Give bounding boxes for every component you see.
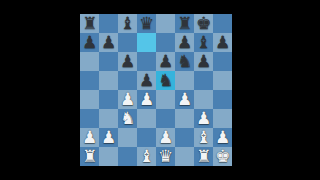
square-g3[interactable]: ♟: [194, 109, 213, 128]
square-h4[interactable]: [213, 90, 232, 109]
piece-black-pawn: ♟: [82, 33, 97, 52]
square-b1[interactable]: [99, 147, 118, 166]
square-a7[interactable]: ♟: [80, 33, 99, 52]
piece-black-knight: ♞: [177, 52, 192, 71]
square-f8[interactable]: ♜: [175, 14, 194, 33]
square-b4[interactable]: [99, 90, 118, 109]
square-g2[interactable]: ♝: [194, 128, 213, 147]
piece-white-pawn: ♟: [120, 90, 135, 109]
square-d7[interactable]: [137, 33, 156, 52]
piece-black-king: ♚: [196, 14, 211, 33]
square-e4[interactable]: [156, 90, 175, 109]
piece-white-pawn: ♟: [101, 128, 116, 147]
square-f7[interactable]: ♟: [175, 33, 194, 52]
square-c2[interactable]: [118, 128, 137, 147]
piece-black-knight: ♞: [158, 71, 173, 90]
square-g5[interactable]: [194, 71, 213, 90]
square-c1[interactable]: [118, 147, 137, 166]
piece-black-bishop: ♝: [120, 14, 135, 33]
square-a6[interactable]: [80, 52, 99, 71]
square-d3[interactable]: [137, 109, 156, 128]
piece-white-pawn: ♟: [82, 128, 97, 147]
square-d2[interactable]: [137, 128, 156, 147]
square-e3[interactable]: [156, 109, 175, 128]
square-e2[interactable]: ♟: [156, 128, 175, 147]
square-g6[interactable]: ♟: [194, 52, 213, 71]
square-h8[interactable]: [213, 14, 232, 33]
square-b5[interactable]: [99, 71, 118, 90]
square-b6[interactable]: [99, 52, 118, 71]
square-a3[interactable]: [80, 109, 99, 128]
square-c3[interactable]: ♞: [118, 109, 137, 128]
square-a8[interactable]: ♜: [80, 14, 99, 33]
square-d1[interactable]: ♝: [137, 147, 156, 166]
square-d4[interactable]: ♟: [137, 90, 156, 109]
square-a1[interactable]: ♜: [80, 147, 99, 166]
piece-black-pawn: ♟: [101, 33, 116, 52]
square-c4[interactable]: ♟: [118, 90, 137, 109]
square-a4[interactable]: [80, 90, 99, 109]
square-e1[interactable]: ♛: [156, 147, 175, 166]
piece-white-rook: ♜: [196, 147, 211, 166]
square-b2[interactable]: ♟: [99, 128, 118, 147]
square-e8[interactable]: [156, 14, 175, 33]
square-d8[interactable]: ♛: [137, 14, 156, 33]
piece-black-pawn: ♟: [196, 52, 211, 71]
square-b8[interactable]: [99, 14, 118, 33]
piece-white-pawn: ♟: [215, 128, 230, 147]
piece-white-pawn: ♟: [177, 90, 192, 109]
square-g8[interactable]: ♚: [194, 14, 213, 33]
square-f2[interactable]: [175, 128, 194, 147]
square-h5[interactable]: [213, 71, 232, 90]
piece-black-rook: ♜: [82, 14, 97, 33]
piece-white-rook: ♜: [82, 147, 97, 166]
square-e6[interactable]: ♟: [156, 52, 175, 71]
square-g4[interactable]: [194, 90, 213, 109]
piece-black-pawn: ♟: [139, 71, 154, 90]
piece-white-bishop: ♝: [196, 128, 211, 147]
square-f5[interactable]: [175, 71, 194, 90]
square-f6[interactable]: ♞: [175, 52, 194, 71]
piece-white-knight: ♞: [120, 109, 135, 128]
square-a2[interactable]: ♟: [80, 128, 99, 147]
square-h6[interactable]: [213, 52, 232, 71]
square-h1[interactable]: ♚: [213, 147, 232, 166]
square-c8[interactable]: ♝: [118, 14, 137, 33]
piece-white-queen: ♛: [158, 147, 173, 166]
piece-white-pawn: ♟: [158, 128, 173, 147]
square-d5[interactable]: ♟: [137, 71, 156, 90]
chess-board: ♜♝♛♜♚♟♟♟♝♟♟♟♞♟♟♞♟♟♟♞♟♟♟♟♝♟♜♝♛♜♚: [80, 14, 232, 166]
square-c7[interactable]: [118, 33, 137, 52]
piece-white-king: ♚: [215, 147, 230, 166]
piece-black-queen: ♛: [139, 14, 154, 33]
square-f3[interactable]: [175, 109, 194, 128]
piece-white-bishop: ♝: [139, 147, 154, 166]
square-c5[interactable]: [118, 71, 137, 90]
piece-black-pawn: ♟: [177, 33, 192, 52]
letterbox-background: ♜♝♛♜♚♟♟♟♝♟♟♟♞♟♟♞♟♟♟♞♟♟♟♟♝♟♜♝♛♜♚: [0, 0, 320, 180]
square-e5[interactable]: ♞: [156, 71, 175, 90]
square-h7[interactable]: ♟: [213, 33, 232, 52]
square-h2[interactable]: ♟: [213, 128, 232, 147]
piece-black-rook: ♜: [177, 14, 192, 33]
piece-black-bishop: ♝: [196, 33, 211, 52]
piece-black-pawn: ♟: [158, 52, 173, 71]
square-b7[interactable]: ♟: [99, 33, 118, 52]
square-h3[interactable]: [213, 109, 232, 128]
piece-white-pawn: ♟: [196, 109, 211, 128]
square-e7[interactable]: [156, 33, 175, 52]
square-d6[interactable]: [137, 52, 156, 71]
square-b3[interactable]: [99, 109, 118, 128]
square-f4[interactable]: ♟: [175, 90, 194, 109]
square-c6[interactable]: ♟: [118, 52, 137, 71]
square-g1[interactable]: ♜: [194, 147, 213, 166]
piece-black-pawn: ♟: [120, 52, 135, 71]
piece-white-pawn: ♟: [139, 90, 154, 109]
square-g7[interactable]: ♝: [194, 33, 213, 52]
square-f1[interactable]: [175, 147, 194, 166]
square-a5[interactable]: [80, 71, 99, 90]
piece-black-pawn: ♟: [215, 33, 230, 52]
